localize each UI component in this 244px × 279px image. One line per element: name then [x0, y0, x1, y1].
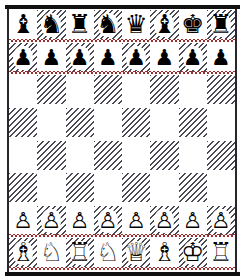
light-square	[122, 75, 150, 104]
light-square	[94, 173, 122, 202]
square-g4[interactable]	[179, 141, 207, 174]
dark-square	[94, 75, 122, 104]
light-square	[179, 141, 207, 170]
square-b6[interactable]	[37, 75, 65, 108]
light-square	[122, 141, 150, 170]
black-pawn-piece: ♟	[9, 43, 37, 72]
dark-square	[66, 173, 94, 202]
dark-square	[207, 75, 235, 104]
chess-board: ♝♞♜♞♛♝♚♜♟♟♟♟♟♟♟♟♙♙♙♙♙♙♙♙♗♘♖♘♕♗♔♖	[9, 10, 235, 271]
spellcheck-squiggle	[9, 234, 235, 237]
square-h6[interactable]	[207, 75, 235, 108]
white-knight-piece: ♘	[37, 238, 65, 267]
square-d6[interactable]	[94, 75, 122, 108]
square-e4[interactable]	[122, 141, 150, 174]
dark-square	[150, 75, 178, 104]
light-square	[94, 108, 122, 137]
dark-square	[122, 108, 150, 137]
square-c4[interactable]	[66, 141, 94, 174]
white-pawn-piece: ♙	[9, 206, 37, 235]
black-knight-piece: ♞	[37, 10, 65, 39]
board-bottom-border	[5, 272, 240, 276]
dark-square	[179, 108, 207, 137]
white-rook-piece: ♖	[207, 238, 235, 267]
white-pawn-piece: ♙	[150, 206, 178, 235]
square-d3[interactable]	[94, 173, 122, 206]
dark-square	[37, 141, 65, 170]
black-pawn-piece: ♟	[179, 43, 207, 72]
white-bishop-piece: ♗	[150, 238, 178, 267]
light-square	[179, 75, 207, 104]
black-pawn-piece: ♟	[207, 43, 235, 72]
light-square	[37, 108, 65, 137]
black-bishop-piece: ♝	[9, 10, 37, 39]
white-pawn-piece: ♙	[122, 206, 150, 235]
square-a5[interactable]	[9, 108, 37, 141]
black-pawn-piece: ♟	[66, 43, 94, 72]
black-rook-piece: ♜	[207, 10, 235, 39]
dark-square	[122, 173, 150, 202]
square-h5[interactable]	[207, 108, 235, 141]
black-pawn-piece: ♟	[37, 43, 65, 72]
square-c3[interactable]	[66, 173, 94, 206]
light-square	[9, 75, 37, 104]
white-knight-piece: ♘	[94, 238, 122, 267]
dark-square	[9, 173, 37, 202]
square-f5[interactable]	[150, 108, 178, 141]
light-square	[37, 173, 65, 202]
square-a6[interactable]	[9, 75, 37, 108]
black-pawn-piece: ♟	[94, 43, 122, 72]
white-pawn-piece: ♙	[179, 206, 207, 235]
square-b5[interactable]	[37, 108, 65, 141]
white-pawn-piece: ♙	[66, 206, 94, 235]
dark-square	[9, 108, 37, 137]
light-square	[207, 108, 235, 137]
white-king-piece: ♔	[179, 238, 207, 267]
light-square	[66, 141, 94, 170]
square-f3[interactable]	[150, 173, 178, 206]
square-d5[interactable]	[94, 108, 122, 141]
dark-square	[66, 108, 94, 137]
light-square	[66, 75, 94, 104]
square-f4[interactable]	[150, 141, 178, 174]
square-f6[interactable]	[150, 75, 178, 108]
white-bishop-piece: ♗	[9, 238, 37, 267]
white-rook-piece: ♖	[66, 238, 94, 267]
white-queen-piece: ♕	[122, 238, 150, 267]
dark-square	[150, 141, 178, 170]
black-knight-piece: ♞	[94, 10, 122, 39]
square-h3[interactable]	[207, 173, 235, 206]
light-square	[207, 173, 235, 202]
square-g5[interactable]	[179, 108, 207, 141]
black-king-piece: ♚	[179, 10, 207, 39]
dark-square	[179, 173, 207, 202]
spellcheck-squiggle	[9, 39, 235, 42]
square-g3[interactable]	[179, 173, 207, 206]
square-d4[interactable]	[94, 141, 122, 174]
black-pawn-piece: ♟	[122, 43, 150, 72]
square-b4[interactable]	[37, 141, 65, 174]
black-queen-piece: ♛	[122, 10, 150, 39]
square-e5[interactable]	[122, 108, 150, 141]
light-square	[150, 173, 178, 202]
light-square	[9, 141, 37, 170]
black-bishop-piece: ♝	[150, 10, 178, 39]
white-pawn-piece: ♙	[37, 206, 65, 235]
dark-square	[94, 141, 122, 170]
dark-square	[207, 141, 235, 170]
black-rook-piece: ♜	[66, 10, 94, 39]
square-c5[interactable]	[66, 108, 94, 141]
square-h4[interactable]	[207, 141, 235, 174]
square-a4[interactable]	[9, 141, 37, 174]
square-e6[interactable]	[122, 75, 150, 108]
spellcheck-squiggle	[9, 267, 235, 270]
spellcheck-squiggle	[9, 71, 235, 74]
board-right-border	[235, 9, 237, 272]
white-pawn-piece: ♙	[207, 206, 235, 235]
black-pawn-piece: ♟	[150, 43, 178, 72]
square-e3[interactable]	[122, 173, 150, 206]
square-g6[interactable]	[179, 75, 207, 108]
chess-diagram: ♝♞♜♞♛♝♚♜♟♟♟♟♟♟♟♟♙♙♙♙♙♙♙♙♗♘♖♘♕♗♔♖	[0, 0, 244, 279]
light-square	[150, 108, 178, 137]
square-a3[interactable]	[9, 173, 37, 206]
square-b3[interactable]	[37, 173, 65, 206]
white-pawn-piece: ♙	[94, 206, 122, 235]
square-c6[interactable]	[66, 75, 94, 108]
dark-square	[37, 75, 65, 104]
